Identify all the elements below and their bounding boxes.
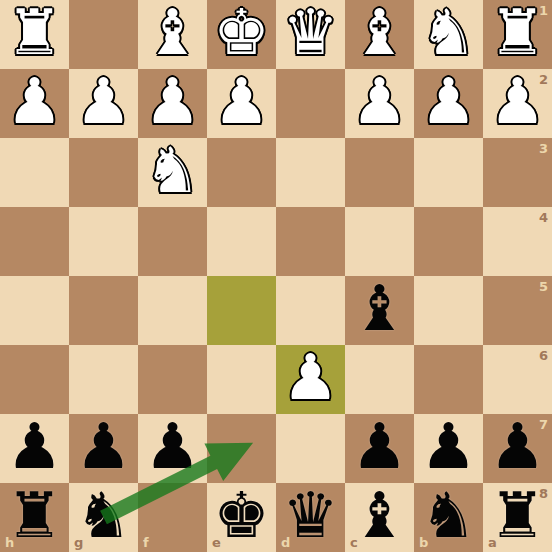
square-a7[interactable]: ♟7: [483, 414, 552, 483]
square-a1[interactable]: ♜1: [483, 0, 552, 69]
square-e1[interactable]: ♚: [207, 0, 276, 69]
piece-black-pawn[interactable]: ♟: [6, 412, 62, 481]
square-b2[interactable]: ♟: [414, 69, 483, 138]
square-g7[interactable]: ♟: [69, 414, 138, 483]
square-h8[interactable]: ♜h: [0, 483, 69, 552]
piece-white-rook[interactable]: ♜: [489, 0, 545, 67]
square-d6[interactable]: ♟: [276, 345, 345, 414]
square-b8[interactable]: ♞b: [414, 483, 483, 552]
square-c6[interactable]: [345, 345, 414, 414]
square-e3[interactable]: [207, 138, 276, 207]
square-c4[interactable]: [345, 207, 414, 276]
piece-white-pawn[interactable]: ♟: [144, 67, 200, 136]
square-c2[interactable]: ♟: [345, 69, 414, 138]
square-g6[interactable]: [69, 345, 138, 414]
square-f3[interactable]: ♞: [138, 138, 207, 207]
square-g2[interactable]: ♟: [69, 69, 138, 138]
square-d8[interactable]: ♛d: [276, 483, 345, 552]
square-c7[interactable]: ♟: [345, 414, 414, 483]
square-g5[interactable]: [69, 276, 138, 345]
square-a3[interactable]: 3: [483, 138, 552, 207]
piece-black-pawn[interactable]: ♟: [420, 412, 476, 481]
piece-white-rook[interactable]: ♜: [6, 0, 62, 67]
square-f2[interactable]: ♟: [138, 69, 207, 138]
square-b3[interactable]: [414, 138, 483, 207]
piece-white-pawn[interactable]: ♟: [351, 67, 407, 136]
chess-board: ♜♝♚♛♝♞♜1♟♟♟♟♟♟♟2♞34♝5♟6♟♟♟♟♟♟7♜h♞gf♚e♛d♝…: [0, 0, 552, 552]
square-f1[interactable]: ♝: [138, 0, 207, 69]
piece-white-pawn[interactable]: ♟: [6, 67, 62, 136]
square-c1[interactable]: ♝: [345, 0, 414, 69]
rank-label-4: 4: [539, 211, 548, 224]
square-a8[interactable]: ♜8a: [483, 483, 552, 552]
piece-black-bishop[interactable]: ♝: [351, 481, 407, 550]
piece-white-knight[interactable]: ♞: [144, 136, 200, 205]
piece-white-pawn[interactable]: ♟: [213, 67, 269, 136]
file-label-f: f: [143, 536, 149, 549]
square-b7[interactable]: ♟: [414, 414, 483, 483]
square-h3[interactable]: [0, 138, 69, 207]
square-d3[interactable]: [276, 138, 345, 207]
square-b4[interactable]: [414, 207, 483, 276]
square-g3[interactable]: [69, 138, 138, 207]
rank-label-6: 6: [539, 349, 548, 362]
square-f5[interactable]: [138, 276, 207, 345]
piece-black-pawn[interactable]: ♟: [489, 412, 545, 481]
square-g8[interactable]: ♞g: [69, 483, 138, 552]
piece-black-pawn[interactable]: ♟: [144, 412, 200, 481]
square-g4[interactable]: [69, 207, 138, 276]
square-a5[interactable]: 5: [483, 276, 552, 345]
square-d4[interactable]: [276, 207, 345, 276]
square-e6[interactable]: [207, 345, 276, 414]
square-b1[interactable]: ♞: [414, 0, 483, 69]
square-b5[interactable]: [414, 276, 483, 345]
square-a4[interactable]: 4: [483, 207, 552, 276]
square-f6[interactable]: [138, 345, 207, 414]
square-b6[interactable]: [414, 345, 483, 414]
square-c3[interactable]: [345, 138, 414, 207]
piece-black-pawn[interactable]: ♟: [75, 412, 131, 481]
square-e8[interactable]: ♚e: [207, 483, 276, 552]
square-d1[interactable]: ♛: [276, 0, 345, 69]
square-e4[interactable]: [207, 207, 276, 276]
piece-black-rook[interactable]: ♜: [489, 481, 545, 550]
square-f4[interactable]: [138, 207, 207, 276]
square-a6[interactable]: 6: [483, 345, 552, 414]
piece-white-knight[interactable]: ♞: [420, 0, 476, 67]
piece-white-bishop[interactable]: ♝: [144, 0, 200, 67]
square-a2[interactable]: ♟2: [483, 69, 552, 138]
piece-white-pawn[interactable]: ♟: [489, 67, 545, 136]
piece-black-knight[interactable]: ♞: [75, 481, 131, 550]
square-e5[interactable]: [207, 276, 276, 345]
square-d7[interactable]: [276, 414, 345, 483]
chess-board-screenshot: ♜♝♚♛♝♞♜1♟♟♟♟♟♟♟2♞34♝5♟6♟♟♟♟♟♟7♜h♞gf♚e♛d♝…: [0, 0, 552, 552]
square-h6[interactable]: [0, 345, 69, 414]
square-e2[interactable]: ♟: [207, 69, 276, 138]
piece-white-queen[interactable]: ♛: [282, 0, 338, 67]
piece-black-knight[interactable]: ♞: [420, 481, 476, 550]
piece-black-pawn[interactable]: ♟: [351, 412, 407, 481]
square-h5[interactable]: [0, 276, 69, 345]
square-h1[interactable]: ♜: [0, 0, 69, 69]
square-g1[interactable]: [69, 0, 138, 69]
rank-label-3: 3: [539, 142, 548, 155]
square-d5[interactable]: [276, 276, 345, 345]
rank-label-5: 5: [539, 280, 548, 293]
square-h2[interactable]: ♟: [0, 69, 69, 138]
square-h4[interactable]: [0, 207, 69, 276]
piece-white-pawn[interactable]: ♟: [75, 67, 131, 136]
piece-white-pawn[interactable]: ♟: [420, 67, 476, 136]
square-c8[interactable]: ♝c: [345, 483, 414, 552]
square-f7[interactable]: ♟: [138, 414, 207, 483]
piece-black-bishop[interactable]: ♝: [351, 274, 407, 343]
square-f8[interactable]: f: [138, 483, 207, 552]
square-d2[interactable]: [276, 69, 345, 138]
piece-white-king[interactable]: ♚: [213, 0, 269, 67]
square-h7[interactable]: ♟: [0, 414, 69, 483]
piece-black-king[interactable]: ♚: [213, 481, 269, 550]
piece-black-queen[interactable]: ♛: [282, 481, 338, 550]
square-e7[interactable]: [207, 414, 276, 483]
piece-white-bishop[interactable]: ♝: [351, 0, 407, 67]
piece-white-pawn[interactable]: ♟: [282, 343, 338, 412]
square-c5[interactable]: ♝: [345, 276, 414, 345]
piece-black-rook[interactable]: ♜: [6, 481, 62, 550]
